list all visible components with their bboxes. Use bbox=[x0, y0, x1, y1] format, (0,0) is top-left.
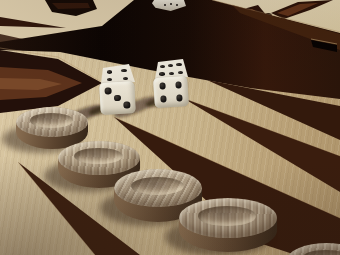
die-pip bbox=[160, 65, 165, 68]
checker-dish bbox=[74, 148, 123, 164]
checker-5[interactable] bbox=[287, 243, 340, 255]
die-pip bbox=[169, 72, 174, 75]
checker-4[interactable] bbox=[179, 198, 277, 252]
die-pip bbox=[159, 83, 166, 90]
backgammon-board-photo bbox=[0, 0, 340, 255]
die-pip bbox=[105, 87, 112, 94]
die-pip bbox=[124, 102, 131, 109]
checker-dish bbox=[198, 206, 257, 225]
die-front-face bbox=[153, 76, 189, 108]
checker-top-face bbox=[179, 198, 277, 238]
checker-dish bbox=[131, 177, 184, 195]
die-pip bbox=[114, 95, 121, 102]
die-pip bbox=[175, 81, 182, 88]
die-1[interactable] bbox=[96, 61, 142, 121]
die-pip bbox=[160, 96, 167, 103]
die-pip bbox=[107, 78, 112, 81]
checker-dish bbox=[30, 113, 73, 127]
pieces-layer bbox=[0, 0, 340, 255]
die-pip bbox=[159, 72, 164, 75]
die-front-face bbox=[99, 81, 136, 115]
die-pip bbox=[121, 69, 126, 72]
checker-top-face bbox=[287, 243, 340, 255]
die-2[interactable] bbox=[150, 55, 196, 115]
die-pip bbox=[176, 63, 181, 66]
die-pip bbox=[176, 95, 183, 102]
die-pip bbox=[107, 70, 112, 73]
checker-dish bbox=[302, 250, 340, 255]
checker-top-face bbox=[16, 107, 88, 137]
